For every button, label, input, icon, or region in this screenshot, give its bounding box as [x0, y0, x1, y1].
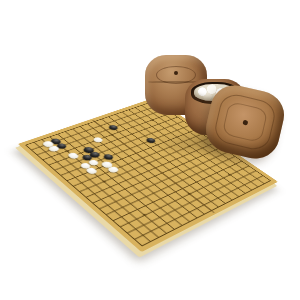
go-set-product-photo [0, 0, 300, 300]
lid-knob [174, 71, 178, 75]
